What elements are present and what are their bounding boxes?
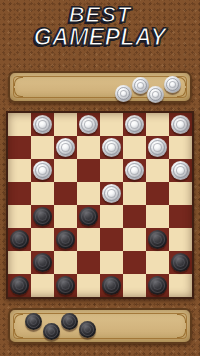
captured-checker-white xyxy=(115,85,132,102)
captured-checker-white xyxy=(147,86,164,103)
captured-pieces-tray-top xyxy=(8,71,192,103)
square-r7c6[interactable] xyxy=(146,274,169,297)
tray-corner-ornament xyxy=(14,77,23,86)
square-r1c3[interactable] xyxy=(77,136,100,159)
checker-white[interactable] xyxy=(171,161,190,180)
square-r7c7[interactable] xyxy=(169,274,192,297)
captured-checker-black xyxy=(79,321,96,338)
square-r2c3[interactable] xyxy=(77,159,100,182)
square-r6c2[interactable] xyxy=(54,251,77,274)
square-r1c2[interactable] xyxy=(54,136,77,159)
square-r1c0[interactable] xyxy=(8,136,31,159)
square-r2c6[interactable] xyxy=(146,159,169,182)
checker-black[interactable] xyxy=(10,230,29,249)
square-r6c6[interactable] xyxy=(146,251,169,274)
square-r2c0[interactable] xyxy=(8,159,31,182)
checker-black[interactable] xyxy=(171,253,190,272)
square-r4c2[interactable] xyxy=(54,205,77,228)
square-r3c7[interactable] xyxy=(169,182,192,205)
square-r2c7[interactable] xyxy=(169,159,192,182)
square-r3c5[interactable] xyxy=(123,182,146,205)
captured-pieces-tray-bottom xyxy=(8,308,192,344)
square-r4c5[interactable] xyxy=(123,205,146,228)
page-title: BEST GAMEPLAY xyxy=(0,3,200,49)
tray-corner-ornament xyxy=(14,329,23,338)
captured-checker-black xyxy=(43,323,60,340)
square-r0c4[interactable] xyxy=(100,113,123,136)
checker-white[interactable] xyxy=(56,138,75,157)
board xyxy=(6,111,194,299)
captured-checker-white xyxy=(164,76,181,93)
square-r4c7[interactable] xyxy=(169,205,192,228)
checker-black[interactable] xyxy=(33,253,52,272)
checker-white[interactable] xyxy=(102,138,121,157)
square-r4c3[interactable] xyxy=(77,205,100,228)
square-r1c5[interactable] xyxy=(123,136,146,159)
tray-corner-ornament xyxy=(14,88,23,97)
captured-checker-black xyxy=(25,313,42,330)
square-r6c1[interactable] xyxy=(31,251,54,274)
square-r5c6[interactable] xyxy=(146,228,169,251)
square-r7c0[interactable] xyxy=(8,274,31,297)
square-r3c4[interactable] xyxy=(100,182,123,205)
square-r2c2[interactable] xyxy=(54,159,77,182)
checker-white[interactable] xyxy=(33,115,52,134)
checker-black[interactable] xyxy=(10,276,29,295)
square-r3c3[interactable] xyxy=(77,182,100,205)
square-r6c0[interactable] xyxy=(8,251,31,274)
checker-white[interactable] xyxy=(125,115,144,134)
square-r7c3[interactable] xyxy=(77,274,100,297)
square-r4c4[interactable] xyxy=(100,205,123,228)
square-r1c4[interactable] xyxy=(100,136,123,159)
square-r5c0[interactable] xyxy=(8,228,31,251)
checker-white[interactable] xyxy=(148,138,167,157)
square-r7c1[interactable] xyxy=(31,274,54,297)
tray-corner-ornament xyxy=(14,314,23,323)
checker-black[interactable] xyxy=(56,276,75,295)
checker-black[interactable] xyxy=(56,230,75,249)
square-r4c0[interactable] xyxy=(8,205,31,228)
square-r5c7[interactable] xyxy=(169,228,192,251)
square-r5c1[interactable] xyxy=(31,228,54,251)
title-line-2: GAMEPLAY xyxy=(0,26,200,50)
square-r4c1[interactable] xyxy=(31,205,54,228)
square-r6c7[interactable] xyxy=(169,251,192,274)
captured-checker-black xyxy=(61,313,78,330)
square-r0c7[interactable] xyxy=(169,113,192,136)
square-r3c6[interactable] xyxy=(146,182,169,205)
square-r0c2[interactable] xyxy=(54,113,77,136)
checker-white[interactable] xyxy=(125,161,144,180)
square-r7c2[interactable] xyxy=(54,274,77,297)
square-r6c5[interactable] xyxy=(123,251,146,274)
square-r1c6[interactable] xyxy=(146,136,169,159)
checker-black[interactable] xyxy=(102,276,121,295)
square-r7c5[interactable] xyxy=(123,274,146,297)
checkers-app-screen: BEST GAMEPLAY xyxy=(0,0,200,356)
square-r6c4[interactable] xyxy=(100,251,123,274)
square-r5c5[interactable] xyxy=(123,228,146,251)
square-r3c1[interactable] xyxy=(31,182,54,205)
tray-corner-ornament xyxy=(177,314,186,323)
checker-black[interactable] xyxy=(33,207,52,226)
square-r0c0[interactable] xyxy=(8,113,31,136)
tray-corner-ornament xyxy=(177,329,186,338)
square-r5c2[interactable] xyxy=(54,228,77,251)
square-r1c7[interactable] xyxy=(169,136,192,159)
square-r7c4[interactable] xyxy=(100,274,123,297)
square-r3c2[interactable] xyxy=(54,182,77,205)
square-r0c3[interactable] xyxy=(77,113,100,136)
square-r0c1[interactable] xyxy=(31,113,54,136)
checker-black[interactable] xyxy=(79,207,98,226)
checker-white[interactable] xyxy=(171,115,190,134)
square-r1c1[interactable] xyxy=(31,136,54,159)
checker-white[interactable] xyxy=(33,161,52,180)
square-r0c6[interactable] xyxy=(146,113,169,136)
square-r5c4[interactable] xyxy=(100,228,123,251)
square-r3c0[interactable] xyxy=(8,182,31,205)
square-r4c6[interactable] xyxy=(146,205,169,228)
checker-white[interactable] xyxy=(79,115,98,134)
square-r2c4[interactable] xyxy=(100,159,123,182)
square-r5c3[interactable] xyxy=(77,228,100,251)
checker-black[interactable] xyxy=(148,276,167,295)
square-r2c1[interactable] xyxy=(31,159,54,182)
square-r2c5[interactable] xyxy=(123,159,146,182)
checker-white[interactable] xyxy=(102,184,121,203)
checker-black[interactable] xyxy=(148,230,167,249)
square-r0c5[interactable] xyxy=(123,113,146,136)
square-r6c3[interactable] xyxy=(77,251,100,274)
